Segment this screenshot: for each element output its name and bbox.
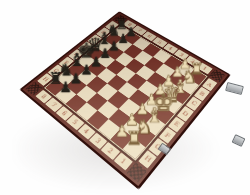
coordinate-label: H (138, 150, 157, 169)
piece-black-pawn[interactable]: ♟ (40, 80, 92, 94)
scene: ABCDEFGH ABCDEFGH 87654321 87654321 ♜♟♟♜… (0, 0, 250, 195)
board-grid: ♜♟♟♜♞♟♟♞♝♟♟♝♛♟♟♛♚♟♟♚♝♟♟♝♞♟♟♞♜♟♟♜ (46, 26, 207, 159)
piece-white-rook[interactable]: ♜ (105, 129, 163, 148)
chess-set-photo: ABCDEFGH ABCDEFGH 87654321 87654321 ♜♟♟♜… (0, 0, 250, 195)
chess-board: ABCDEFGH ABCDEFGH 87654321 87654321 ♜♟♟♜… (19, 11, 230, 190)
